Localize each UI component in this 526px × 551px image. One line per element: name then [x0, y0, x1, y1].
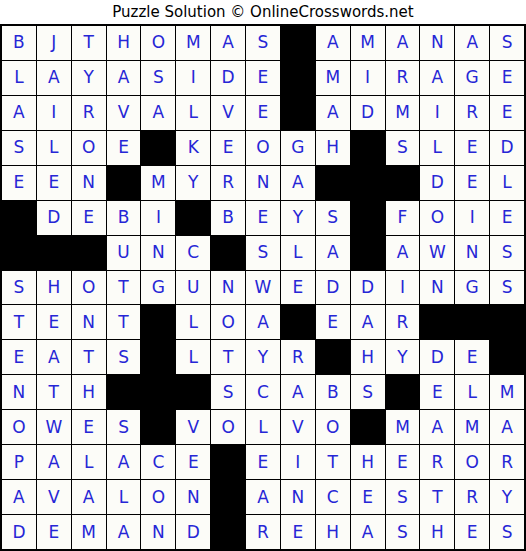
- letter-cell-r7c13: W: [420, 236, 454, 270]
- letter-cell-r11c8: C: [246, 375, 280, 409]
- black-cell-r15c7: [211, 515, 245, 549]
- letter-cell-r2c14: G: [455, 61, 489, 95]
- black-cell-r9c13: [420, 305, 454, 339]
- letter-cell-r15c8: R: [246, 515, 280, 549]
- letter-cell-r2c3: Y: [72, 61, 106, 95]
- black-cell-r7c7: [211, 236, 245, 270]
- letter-cell-r1c7: A: [211, 26, 245, 60]
- letter-cell-r14c13: T: [420, 480, 454, 514]
- letter-cell-r6c13: O: [420, 201, 454, 235]
- letter-cell-r13c1: P: [2, 445, 36, 479]
- black-cell-r7c3: [72, 236, 106, 270]
- letter-cell-r3c15: E: [490, 96, 524, 130]
- letter-cell-r15c5: N: [141, 515, 175, 549]
- letter-cell-r12c1: O: [2, 410, 36, 444]
- letter-cell-r2c1: L: [2, 61, 36, 95]
- letter-cell-r4c3: O: [72, 131, 106, 165]
- letter-cell-r14c12: S: [386, 480, 420, 514]
- letter-cell-r12c13: A: [420, 410, 454, 444]
- letter-cell-r5c9: A: [281, 166, 315, 200]
- black-cell-r9c14: [455, 305, 489, 339]
- letter-cell-r14c15: Y: [490, 480, 524, 514]
- letter-cell-r10c9: R: [281, 340, 315, 374]
- letter-cell-r8c13: N: [420, 271, 454, 305]
- black-cell-r7c1: [2, 236, 36, 270]
- black-cell-r10c10: [316, 340, 350, 374]
- letter-cell-r14c3: A: [72, 480, 106, 514]
- letter-cell-r1c11: M: [351, 26, 385, 60]
- letter-cell-r12c14: M: [455, 410, 489, 444]
- letter-cell-r6c8: E: [246, 201, 280, 235]
- letter-cell-r1c12: A: [386, 26, 420, 60]
- letter-cell-r3c4: V: [107, 96, 141, 130]
- letter-cell-r11c11: S: [351, 375, 385, 409]
- letter-cell-r9c6: L: [176, 305, 210, 339]
- letter-cell-r14c1: A: [2, 480, 36, 514]
- letter-cell-r10c14: E: [455, 340, 489, 374]
- letter-cell-r15c13: H: [420, 515, 454, 549]
- letter-cell-r11c13: E: [420, 375, 454, 409]
- letter-cell-r10c11: H: [351, 340, 385, 374]
- letter-cell-r4c14: E: [455, 131, 489, 165]
- letter-cell-r7c12: A: [386, 236, 420, 270]
- black-cell-r9c15: [490, 305, 524, 339]
- letter-cell-r3c8: E: [246, 96, 280, 130]
- letter-cell-r8c9: E: [281, 271, 315, 305]
- letter-cell-r15c4: A: [107, 515, 141, 549]
- letter-cell-r6c12: F: [386, 201, 420, 235]
- letter-cell-r5c6: Y: [176, 166, 210, 200]
- letter-cell-r4c9: G: [281, 131, 315, 165]
- letter-cell-r8c1: S: [2, 271, 36, 305]
- letter-cell-r6c15: E: [490, 201, 524, 235]
- letter-cell-r1c1: B: [2, 26, 36, 60]
- letter-cell-r10c4: S: [107, 340, 141, 374]
- letter-cell-r6c7: B: [211, 201, 245, 235]
- black-cell-r6c11: [351, 201, 385, 235]
- black-cell-r2c9: [281, 61, 315, 95]
- letter-cell-r7c14: N: [455, 236, 489, 270]
- letter-cell-r10c6: L: [176, 340, 210, 374]
- letter-cell-r7c15: S: [490, 236, 524, 270]
- letter-cell-r2c15: E: [490, 61, 524, 95]
- letter-cell-r11c7: S: [211, 375, 245, 409]
- letter-cell-r8c4: T: [107, 271, 141, 305]
- letter-cell-r12c10: O: [316, 410, 350, 444]
- letter-cell-r15c12: S: [386, 515, 420, 549]
- black-cell-r5c12: [386, 166, 420, 200]
- letter-cell-r15c14: E: [455, 515, 489, 549]
- letter-cell-r6c9: Y: [281, 201, 315, 235]
- letter-cell-r6c5: I: [141, 201, 175, 235]
- letter-cell-r9c4: T: [107, 305, 141, 339]
- letter-cell-r12c2: W: [37, 410, 71, 444]
- letter-cell-r6c4: B: [107, 201, 141, 235]
- letter-cell-r1c3: T: [72, 26, 106, 60]
- letter-cell-r11c3: H: [72, 375, 106, 409]
- letter-cell-r9c2: E: [37, 305, 71, 339]
- black-cell-r12c11: [351, 410, 385, 444]
- letter-cell-r13c14: O: [455, 445, 489, 479]
- letter-cell-r3c14: R: [455, 96, 489, 130]
- letter-cell-r8c2: H: [37, 271, 71, 305]
- letter-cell-r14c5: O: [141, 480, 175, 514]
- letter-cell-r15c11: A: [351, 515, 385, 549]
- crossword-grid: BJTHOMASAMANASLAYASIDEMIRAGEAIRVALVEADMI…: [0, 24, 526, 551]
- black-cell-r6c1: [2, 201, 36, 235]
- letter-cell-r4c12: S: [386, 131, 420, 165]
- letter-cell-r10c1: E: [2, 340, 36, 374]
- letter-cell-r4c7: E: [211, 131, 245, 165]
- letter-cell-r10c12: Y: [386, 340, 420, 374]
- letter-cell-r15c6: D: [176, 515, 210, 549]
- letter-cell-r11c2: T: [37, 375, 71, 409]
- black-cell-r10c5: [141, 340, 175, 374]
- black-cell-r1c9: [281, 26, 315, 60]
- letter-cell-r7c8: S: [246, 236, 280, 270]
- letter-cell-r8c7: N: [211, 271, 245, 305]
- letter-cell-r6c2: D: [37, 201, 71, 235]
- letter-cell-r9c10: E: [316, 305, 350, 339]
- letter-cell-r12c6: V: [176, 410, 210, 444]
- black-cell-r13c7: [211, 445, 245, 479]
- letter-cell-r10c8: Y: [246, 340, 280, 374]
- letter-cell-r13c9: I: [281, 445, 315, 479]
- black-cell-r9c5: [141, 305, 175, 339]
- letter-cell-r2c6: I: [176, 61, 210, 95]
- letter-cell-r5c15: L: [490, 166, 524, 200]
- letter-cell-r4c15: D: [490, 131, 524, 165]
- black-cell-r4c5: [141, 131, 175, 165]
- letter-cell-r11c14: L: [455, 375, 489, 409]
- letter-cell-r4c1: S: [2, 131, 36, 165]
- letter-cell-r4c2: L: [37, 131, 71, 165]
- letter-cell-r10c3: T: [72, 340, 106, 374]
- black-cell-r14c7: [211, 480, 245, 514]
- letter-cell-r4c4: E: [107, 131, 141, 165]
- letter-cell-r7c5: N: [141, 236, 175, 270]
- letter-cell-r13c10: T: [316, 445, 350, 479]
- letter-cell-r11c9: A: [281, 375, 315, 409]
- letter-cell-r11c1: N: [2, 375, 36, 409]
- letter-cell-r8c8: W: [246, 271, 280, 305]
- letter-cell-r2c10: M: [316, 61, 350, 95]
- letter-cell-r2c11: I: [351, 61, 385, 95]
- letter-cell-r12c7: O: [211, 410, 245, 444]
- letter-cell-r3c11: D: [351, 96, 385, 130]
- letter-cell-r2c7: D: [211, 61, 245, 95]
- letter-cell-r12c8: L: [246, 410, 280, 444]
- letter-cell-r6c3: E: [72, 201, 106, 235]
- letter-cell-r5c3: N: [72, 166, 106, 200]
- black-cell-r12c5: [141, 410, 175, 444]
- letter-cell-r8c3: O: [72, 271, 106, 305]
- letter-cell-r5c1: E: [2, 166, 36, 200]
- letter-cell-r9c12: R: [386, 305, 420, 339]
- letter-cell-r1c10: A: [316, 26, 350, 60]
- letter-cell-r1c14: A: [455, 26, 489, 60]
- black-cell-r5c10: [316, 166, 350, 200]
- letter-cell-r15c3: M: [72, 515, 106, 549]
- letter-cell-r2c4: A: [107, 61, 141, 95]
- letter-cell-r14c10: C: [316, 480, 350, 514]
- letter-cell-r1c2: J: [37, 26, 71, 60]
- letter-cell-r1c6: M: [176, 26, 210, 60]
- black-cell-r6c6: [176, 201, 210, 235]
- letter-cell-r3c2: I: [37, 96, 71, 130]
- letter-cell-r4c13: L: [420, 131, 454, 165]
- letter-cell-r8c6: U: [176, 271, 210, 305]
- letter-cell-r15c1: D: [2, 515, 36, 549]
- letter-cell-r2c8: E: [246, 61, 280, 95]
- black-cell-r11c6: [176, 375, 210, 409]
- letter-cell-r3c6: L: [176, 96, 210, 130]
- letter-cell-r8c15: S: [490, 271, 524, 305]
- black-cell-r4c11: [351, 131, 385, 165]
- letter-cell-r3c5: A: [141, 96, 175, 130]
- letter-cell-r13c4: A: [107, 445, 141, 479]
- letter-cell-r5c2: E: [37, 166, 71, 200]
- letter-cell-r13c11: H: [351, 445, 385, 479]
- letter-cell-r14c2: V: [37, 480, 71, 514]
- letter-cell-r2c12: R: [386, 61, 420, 95]
- letter-cell-r6c10: S: [316, 201, 350, 235]
- letter-cell-r3c7: V: [211, 96, 245, 130]
- black-cell-r3c9: [281, 96, 315, 130]
- letter-cell-r4c10: H: [316, 131, 350, 165]
- letter-cell-r12c3: E: [72, 410, 106, 444]
- letter-cell-r14c4: L: [107, 480, 141, 514]
- black-cell-r7c11: [351, 236, 385, 270]
- black-cell-r5c11: [351, 166, 385, 200]
- letter-cell-r14c14: R: [455, 480, 489, 514]
- letter-cell-r5c13: D: [420, 166, 454, 200]
- black-cell-r10c15: [490, 340, 524, 374]
- letter-cell-r13c6: E: [176, 445, 210, 479]
- letter-cell-r12c12: M: [386, 410, 420, 444]
- letter-cell-r3c13: I: [420, 96, 454, 130]
- letter-cell-r10c7: T: [211, 340, 245, 374]
- letter-cell-r7c9: L: [281, 236, 315, 270]
- letter-cell-r4c6: K: [176, 131, 210, 165]
- black-cell-r7c2: [37, 236, 71, 270]
- letter-cell-r7c10: A: [316, 236, 350, 270]
- letter-cell-r10c2: A: [37, 340, 71, 374]
- letter-cell-r9c8: A: [246, 305, 280, 339]
- letter-cell-r13c8: E: [246, 445, 280, 479]
- letter-cell-r14c9: N: [281, 480, 315, 514]
- letter-cell-r8c14: G: [455, 271, 489, 305]
- black-cell-r5c4: [107, 166, 141, 200]
- letter-cell-r2c13: A: [420, 61, 454, 95]
- letter-cell-r13c12: E: [386, 445, 420, 479]
- letter-cell-r9c3: N: [72, 305, 106, 339]
- letter-cell-r13c2: A: [37, 445, 71, 479]
- page-title: Puzzle Solution © OnlineCrosswords.net: [0, 0, 526, 24]
- letter-cell-r14c11: E: [351, 480, 385, 514]
- letter-cell-r9c7: O: [211, 305, 245, 339]
- letter-cell-r2c2: A: [37, 61, 71, 95]
- letter-cell-r15c15: S: [490, 515, 524, 549]
- letter-cell-r9c11: A: [351, 305, 385, 339]
- letter-cell-r2c5: S: [141, 61, 175, 95]
- letter-cell-r15c9: E: [281, 515, 315, 549]
- letter-cell-r5c8: N: [246, 166, 280, 200]
- letter-cell-r13c5: C: [141, 445, 175, 479]
- letter-cell-r12c4: S: [107, 410, 141, 444]
- letter-cell-r12c15: A: [490, 410, 524, 444]
- black-cell-r9c9: [281, 305, 315, 339]
- letter-cell-r8c12: I: [386, 271, 420, 305]
- letter-cell-r1c13: N: [420, 26, 454, 60]
- letter-cell-r3c3: R: [72, 96, 106, 130]
- letter-cell-r3c12: M: [386, 96, 420, 130]
- letter-cell-r1c4: H: [107, 26, 141, 60]
- letter-cell-r1c5: O: [141, 26, 175, 60]
- letter-cell-r12c9: V: [281, 410, 315, 444]
- letter-cell-r11c15: M: [490, 375, 524, 409]
- letter-cell-r3c1: A: [2, 96, 36, 130]
- letter-cell-r8c10: D: [316, 271, 350, 305]
- letter-cell-r5c5: M: [141, 166, 175, 200]
- letter-cell-r10c13: D: [420, 340, 454, 374]
- letter-cell-r7c6: C: [176, 236, 210, 270]
- letter-cell-r14c8: A: [246, 480, 280, 514]
- letter-cell-r13c13: R: [420, 445, 454, 479]
- letter-cell-r14c6: N: [176, 480, 210, 514]
- letter-cell-r5c14: E: [455, 166, 489, 200]
- letter-cell-r7c4: U: [107, 236, 141, 270]
- letter-cell-r8c11: D: [351, 271, 385, 305]
- letter-cell-r1c8: S: [246, 26, 280, 60]
- letter-cell-r13c15: R: [490, 445, 524, 479]
- letter-cell-r1c15: S: [490, 26, 524, 60]
- letter-cell-r9c1: T: [2, 305, 36, 339]
- black-cell-r11c4: [107, 375, 141, 409]
- letter-cell-r11c10: B: [316, 375, 350, 409]
- letter-cell-r15c2: E: [37, 515, 71, 549]
- letter-cell-r3c10: A: [316, 96, 350, 130]
- letter-cell-r4c8: O: [246, 131, 280, 165]
- black-cell-r11c12: [386, 375, 420, 409]
- black-cell-r11c5: [141, 375, 175, 409]
- letter-cell-r5c7: R: [211, 166, 245, 200]
- letter-cell-r8c5: G: [141, 271, 175, 305]
- letter-cell-r13c3: L: [72, 445, 106, 479]
- letter-cell-r6c14: I: [455, 201, 489, 235]
- letter-cell-r15c10: H: [316, 515, 350, 549]
